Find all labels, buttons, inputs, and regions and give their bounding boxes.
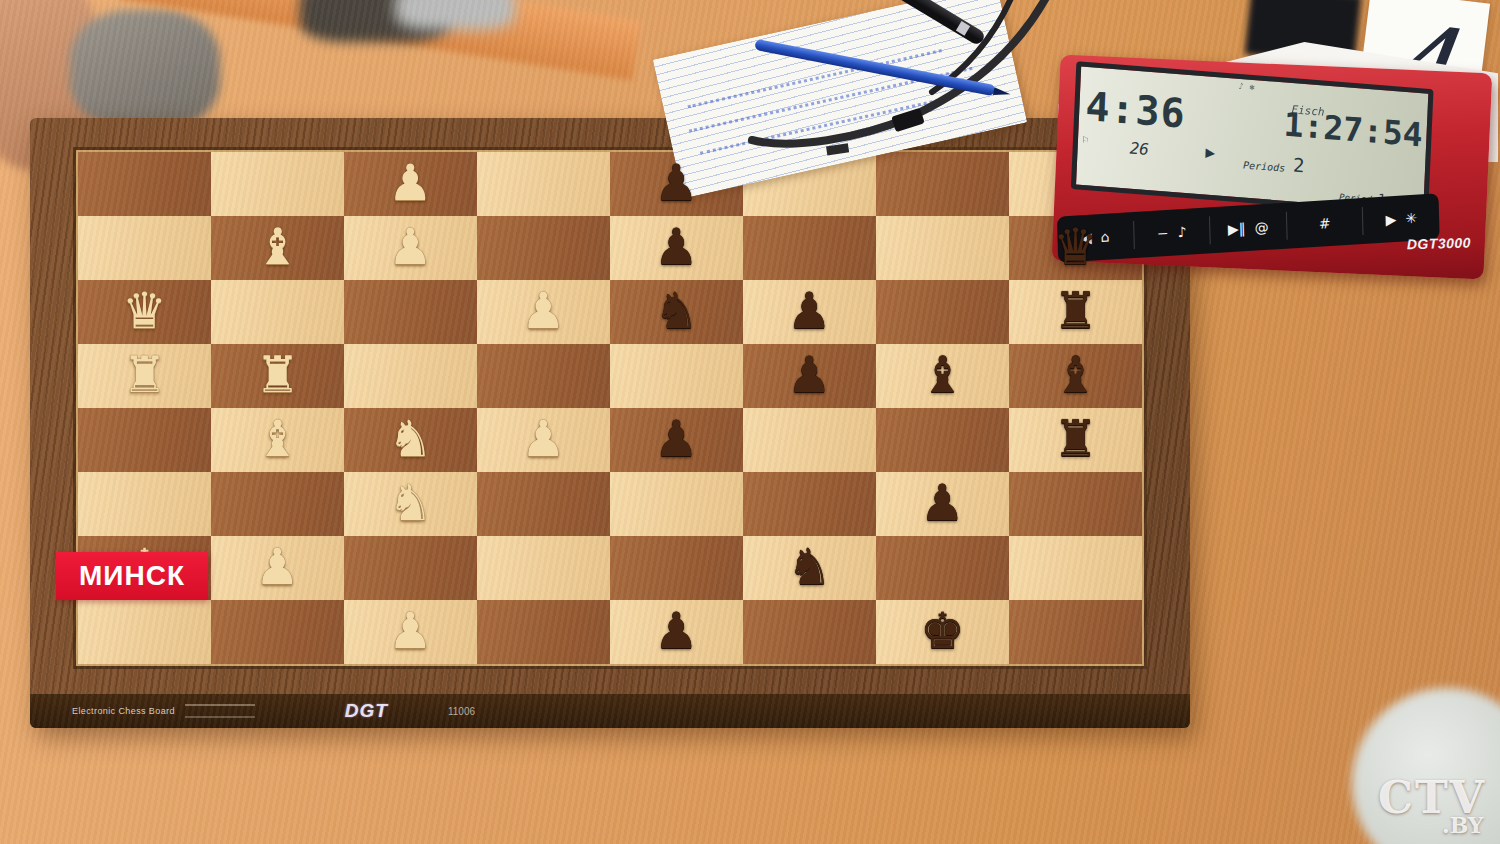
board-serial: 11006 [448,706,475,717]
clock-button-group: ▶✳ [1363,202,1439,235]
white-queen: ♛ [78,280,211,344]
square-g6: ♞ [743,536,876,600]
square-g4 [477,536,610,600]
black-rook: ♜ [1009,408,1142,472]
right-player-time: 1:27:54 [1283,105,1423,155]
square-h1 [78,600,211,664]
black-pawn: ♟ [610,600,743,664]
white-knight: ♞ [344,408,477,472]
black-knight: ♞ [743,536,876,600]
square-g3 [344,536,477,600]
clock-button-icon: ♪ [1177,224,1186,241]
square-f7: ♟ [876,472,1009,536]
square-b3: ♟ [344,216,477,280]
square-f4 [477,472,610,536]
square-g5 [610,536,743,600]
black-pawn: ♟ [610,216,743,280]
black-pawn: ♟ [610,152,743,216]
square-c2 [211,280,344,344]
periods-label: Periods [1243,159,1286,173]
white-bishop: ♝ [211,408,344,472]
square-c3 [344,280,477,344]
black-pawn: ♟ [743,344,876,408]
square-h7: ♚ [876,600,1009,664]
black-queen: ♛ [1009,216,1142,280]
square-d2: ♜ [211,344,344,408]
white-rook: ♜ [78,344,211,408]
clock-button-group: # [1287,207,1364,240]
square-h5: ♟ [610,600,743,664]
square-d5 [610,344,743,408]
black-bishop: ♝ [1009,344,1142,408]
square-e2: ♝ [211,408,344,472]
square-g2: ♟ [211,536,344,600]
channel-watermark-suffix: .BY [1442,812,1484,838]
white-pawn: ♟ [211,536,344,600]
square-e3: ♞ [344,408,477,472]
clock-button-icon: ▶‖ [1228,220,1246,237]
square-a3: ♟ [344,152,477,216]
left-player-time: 4:36 [1084,83,1186,137]
black-pawn: ♟ [876,472,1009,536]
square-d1: ♜ [78,344,211,408]
location-badge-text: МИНСК [79,560,185,592]
clock-button-icon: @ [1254,219,1268,236]
square-e5: ♟ [610,408,743,472]
square-e1 [78,408,211,472]
periods-value: 2 [1293,153,1305,176]
square-h2 [211,600,344,664]
square-b5: ♟ [610,216,743,280]
board-fineprint-lines [185,704,255,718]
square-d3 [344,344,477,408]
square-b8: ♛ [1009,216,1142,280]
square-b4 [477,216,610,280]
clock-button-icon: − [1157,225,1169,242]
square-e4: ♟ [477,408,610,472]
black-king: ♚ [876,600,1009,664]
square-c6: ♟ [743,280,876,344]
square-b2: ♝ [211,216,344,280]
square-f3: ♞ [344,472,477,536]
scoresheet-mark [826,143,849,155]
square-e8: ♜ [1009,408,1142,472]
black-rook: ♜ [1009,280,1142,344]
white-pawn: ♟ [344,600,477,664]
square-a4 [477,152,610,216]
clock-button-group: −♪ [1134,216,1211,249]
square-c5: ♞ [610,280,743,344]
photo-stage: ♟♟♝♟♟♛♛♟♞♟♜♜♜♟♝♝♝♞♟♟♜♞♟♚♟♞♟♟♚ Electronic… [0,0,1500,844]
black-pawn: ♟ [610,408,743,472]
white-pawn: ♟ [477,280,610,344]
white-rook: ♜ [211,344,344,408]
player-sleeve [70,10,220,130]
dgt-logo: DGT [345,700,388,722]
square-c8: ♜ [1009,280,1142,344]
square-d8: ♝ [1009,344,1142,408]
background-blur-light [395,0,515,30]
square-a1 [78,152,211,216]
square-c1: ♛ [78,280,211,344]
white-knight: ♞ [344,472,477,536]
square-f5 [610,472,743,536]
square-d7: ♝ [876,344,1009,408]
square-d6: ♟ [743,344,876,408]
white-pawn: ♟ [477,408,610,472]
black-knight: ♞ [610,280,743,344]
white-pawn: ♟ [344,216,477,280]
square-h3: ♟ [344,600,477,664]
clock-button-icon: ▶ [1385,211,1396,228]
square-f1 [78,472,211,536]
turn-indicator-icon: ▶ [1205,142,1215,162]
square-d4 [477,344,610,408]
square-c4: ♟ [477,280,610,344]
white-pawn: ♟ [344,152,477,216]
move-counter: 26 [1129,139,1149,159]
square-f2 [211,472,344,536]
black-bishop: ♝ [876,344,1009,408]
clock-button-group: ▶‖@ [1210,212,1287,245]
square-a2 [211,152,344,216]
clock-model-label: DGT3000 [1406,235,1471,253]
square-a5: ♟ [610,152,743,216]
white-bishop: ♝ [211,216,344,280]
location-badge: МИНСК [56,552,208,600]
square-h4 [477,600,610,664]
black-pawn: ♟ [743,280,876,344]
board-product-label: Electronic Chess Board [72,706,175,716]
flag-icon: ⚐ [1082,133,1089,147]
square-b1 [78,216,211,280]
clock-button-icon: ✳ [1405,210,1417,227]
sound-status-icons: ♪ ✱ [1238,81,1255,92]
square-b6 [743,216,876,280]
clock-button-icon: # [1319,215,1331,232]
